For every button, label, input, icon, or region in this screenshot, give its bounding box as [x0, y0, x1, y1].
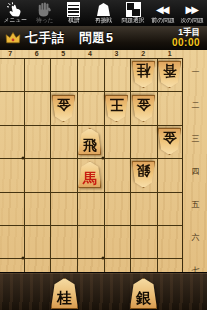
piece-21-gote[interactable]: 桂 — [132, 61, 155, 88]
title-bar: 七手詰 問題5 1手目 00:00 — [0, 26, 207, 51]
piece-kanji: 飛 — [83, 136, 97, 155]
star-point — [22, 157, 25, 160]
next-arrows-icon: ▶▶ — [186, 2, 199, 17]
crown-icon — [5, 31, 21, 45]
move-counter: 1手目 — [172, 28, 200, 37]
toolbar-label-undo: 待った — [36, 17, 53, 24]
status-block: 1手目 00:00 — [172, 28, 200, 48]
page-title: 七手詰 問題5 — [25, 30, 114, 47]
piece-24-gote[interactable]: 銀 — [132, 161, 155, 188]
grid-select-icon — [126, 2, 141, 17]
toolbar-label-next-problem: 次の問題 — [181, 17, 204, 24]
toolbar-button-menu[interactable]: メニュー — [0, 0, 30, 26]
prev-arrows-icon: ◀◀ — [156, 2, 169, 17]
piece-kanji: 金 — [163, 128, 177, 147]
piece-43-sente[interactable]: 飛 — [78, 128, 101, 155]
toolbar-button-problem-select[interactable]: 問題選択 — [118, 0, 148, 26]
shogi-board[interactable]: 7654321 一二三四五六七 桂香金王金飛金馬銀 — [0, 50, 207, 272]
pointing-hand-icon — [6, 2, 23, 17]
piece-kanji: 金 — [56, 95, 70, 114]
toolbar-label-menu: メニュー — [3, 17, 26, 24]
toolbar-button-next-problem[interactable]: ▶▶ 次の問題 — [177, 0, 207, 26]
file-label-6: 6 — [35, 50, 39, 58]
record-list-icon — [67, 2, 80, 17]
toolbar: メニュー 待った 棋譜 再挑戦 問題選択 — [0, 0, 207, 27]
rank-label-1: 一 — [184, 67, 207, 78]
palm-hand-icon — [37, 2, 52, 17]
file-label-1: 1 — [168, 50, 172, 58]
piece-44-sente[interactable]: 馬 — [78, 161, 101, 188]
piece-kanji: 桂 — [136, 61, 150, 80]
piece-kanji: 香 — [163, 61, 177, 80]
star-point — [22, 257, 25, 260]
piece-13-gote[interactable]: 金 — [158, 128, 181, 155]
toolbar-button-undo[interactable]: 待った — [30, 0, 60, 26]
toolbar-button-prev-problem[interactable]: ◀◀ 前の問題 — [148, 0, 178, 26]
file-label-4: 4 — [88, 50, 92, 58]
toolbar-button-record[interactable]: 棋譜 — [59, 0, 89, 26]
toolbar-label-problem-select: 問題選択 — [122, 17, 145, 24]
rank-label-2: 二 — [184, 100, 207, 111]
toolbar-label-record: 棋譜 — [68, 17, 79, 24]
rank-label-7: 七 — [184, 264, 207, 272]
rank-label-5: 五 — [184, 199, 207, 210]
piece-kanji: 王 — [110, 95, 124, 114]
piece-11-gote[interactable]: 香 — [158, 61, 181, 88]
file-label-3: 3 — [115, 50, 119, 58]
piece-32-gote[interactable]: 王 — [105, 95, 128, 122]
toolbar-label-prev-problem: 前の問題 — [151, 17, 174, 24]
piece-kanji: 馬 — [83, 169, 97, 188]
piece-52-gote[interactable]: 金 — [52, 95, 75, 122]
sente-hand-tray: 桂銀 — [0, 272, 207, 310]
piece-kanji: 銀 — [136, 161, 150, 180]
hand-piece-2[interactable]: 銀 — [130, 278, 157, 309]
file-label-7: 7 — [8, 50, 12, 58]
toolbar-button-retry[interactable]: 再挑戦 — [89, 0, 119, 26]
piece-kanji: 金 — [136, 95, 150, 114]
rank-label-6: 六 — [184, 231, 207, 242]
piece-22-gote[interactable]: 金 — [132, 95, 155, 122]
rank-label-3: 三 — [184, 133, 207, 144]
hand-piece-kanji: 銀 — [136, 288, 151, 309]
toolbar-label-retry: 再挑戦 — [95, 17, 112, 24]
file-label-2: 2 — [141, 50, 145, 58]
hand-piece-kanji: 桂 — [57, 288, 72, 309]
timer: 00:00 — [172, 38, 200, 48]
rank-label-4: 四 — [184, 166, 207, 177]
star-point — [102, 157, 105, 160]
star-point — [102, 257, 105, 260]
hand-piece-1[interactable]: 桂 — [51, 278, 78, 309]
file-label-5: 5 — [61, 50, 65, 58]
piece-silhouette-icon — [97, 2, 110, 17]
